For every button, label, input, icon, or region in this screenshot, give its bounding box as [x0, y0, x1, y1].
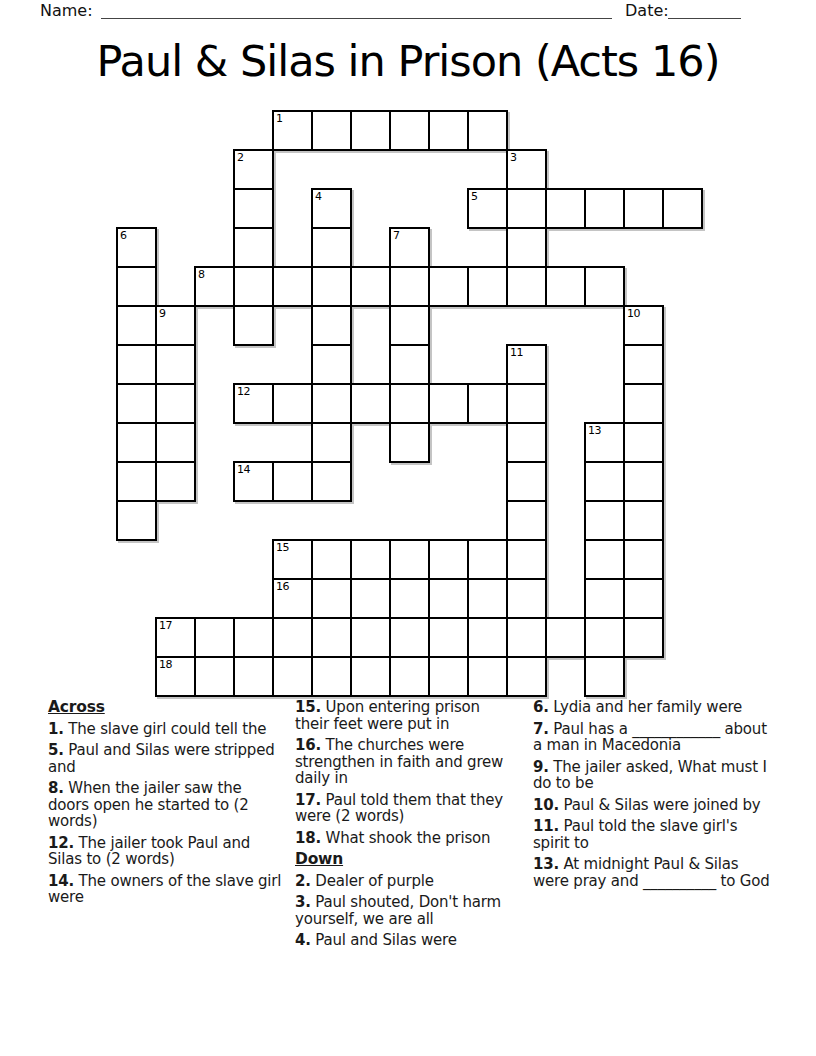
grid-cell-r12c9[interactable] — [467, 578, 508, 619]
clue-down-4: 4. Paul and Silas were — [295, 932, 517, 949]
clues-down-header: Down — [295, 851, 517, 868]
grid-cell-r14c8[interactable] — [428, 656, 469, 697]
grid-cell-r2c9[interactable]: 5 — [467, 188, 508, 229]
grid-cell-r9c12[interactable] — [584, 461, 625, 502]
grid-cell-r5c7[interactable] — [389, 305, 430, 346]
grid-cell-r12c7[interactable] — [389, 578, 430, 619]
clue-number-2: 2 — [237, 152, 244, 163]
grid-cell-r8c7[interactable] — [389, 422, 430, 463]
clue-number-label: 7. — [533, 720, 549, 738]
grid-cell-r13c11[interactable] — [545, 617, 586, 658]
grid-cell-r11c10[interactable] — [506, 539, 547, 580]
clue-number-label: 4. — [295, 931, 311, 949]
clue-number-10: 10 — [627, 308, 640, 319]
grid-cell-r14c3[interactable] — [233, 656, 274, 697]
grid-cell-r7c4[interactable] — [272, 383, 313, 424]
clue-number-1: 1 — [276, 113, 283, 124]
clue-number-9: 9 — [159, 308, 166, 319]
grid-cell-r5c1[interactable]: 9 — [155, 305, 196, 346]
grid-cell-r11c7[interactable] — [389, 539, 430, 580]
grid-cell-r4c6[interactable] — [350, 266, 391, 307]
grid-cell-r4c0[interactable] — [116, 266, 157, 307]
clue-number-label: 13. — [533, 855, 559, 873]
grid-cell-r4c10[interactable] — [506, 266, 547, 307]
grid-cell-r12c5[interactable] — [311, 578, 352, 619]
grid-cell-r2c12[interactable] — [584, 188, 625, 229]
crossword-grid: 123456789101112131415161718 — [116, 110, 704, 698]
grid-cell-r0c4[interactable]: 1 — [272, 110, 313, 151]
clue-number-7: 7 — [393, 230, 400, 241]
grid-cell-r14c7[interactable] — [389, 656, 430, 697]
clue-across-16: 16. The churches were strengthen in fait… — [295, 737, 517, 787]
grid-cell-r4c2[interactable]: 8 — [194, 266, 235, 307]
grid-cell-r9c0[interactable] — [116, 461, 157, 502]
clue-number-label: 18. — [295, 829, 321, 847]
grid-cell-r2c3[interactable] — [233, 188, 274, 229]
grid-cell-r11c12[interactable] — [584, 539, 625, 580]
grid-cell-r5c3[interactable] — [233, 305, 274, 346]
clue-number-18: 18 — [159, 659, 172, 670]
grid-cell-r10c12[interactable] — [584, 500, 625, 541]
clue-across-18: 18. What shook the prison — [295, 830, 517, 847]
clue-across-15: 15. Upon entering prison their feet were… — [295, 699, 517, 732]
clue-number-12: 12 — [237, 386, 250, 397]
clue-across-5: 5. Paul and Silas were stripped and — [48, 742, 286, 775]
grid-cell-r7c13[interactable] — [623, 383, 664, 424]
clue-number-13: 13 — [588, 425, 601, 436]
grid-cell-r11c13[interactable] — [623, 539, 664, 580]
clue-number-label: 3. — [295, 893, 311, 911]
page-title: Paul & Silas in Prison (Acts 16) — [0, 36, 816, 86]
grid-cell-r5c5[interactable] — [311, 305, 352, 346]
clue-across-1: 1. The slave girl could tell the — [48, 721, 286, 738]
clue-across-8: 8. When the jailer saw the doors open he… — [48, 780, 286, 830]
grid-cell-r7c8[interactable] — [428, 383, 469, 424]
clue-number-label: 1. — [48, 720, 64, 738]
clue-number-label: 6. — [533, 698, 549, 716]
grid-cell-r0c8[interactable] — [428, 110, 469, 151]
grid-cell-r8c0[interactable] — [116, 422, 157, 463]
name-underline — [101, 18, 612, 19]
grid-cell-r13c6[interactable] — [350, 617, 391, 658]
grid-cell-r12c10[interactable] — [506, 578, 547, 619]
grid-cell-r2c11[interactable] — [545, 188, 586, 229]
clue-number-6: 6 — [120, 230, 127, 241]
grid-cell-r12c4[interactable]: 16 — [272, 578, 313, 619]
clue-number-label: 15. — [295, 698, 321, 716]
grid-cell-r8c5[interactable] — [311, 422, 352, 463]
grid-cell-r13c5[interactable] — [311, 617, 352, 658]
grid-cell-r14c10[interactable] — [506, 656, 547, 697]
clue-number-label: 8. — [48, 779, 64, 797]
grid-cell-r5c0[interactable] — [116, 305, 157, 346]
clue-across-17: 17. Paul told them that they were (2 wor… — [295, 792, 517, 825]
grid-cell-r0c9[interactable] — [467, 110, 508, 151]
worksheet-page: Name: Date: Paul & Silas in Prison (Acts… — [0, 0, 816, 1056]
clue-number-label: 5. — [48, 741, 64, 759]
grid-cell-r10c10[interactable] — [506, 500, 547, 541]
clue-number-label: 9. — [533, 758, 549, 776]
grid-cell-r13c2[interactable] — [194, 617, 235, 658]
clue-number-17: 17 — [159, 620, 172, 631]
grid-cell-r14c2[interactable] — [194, 656, 235, 697]
clue-number-11: 11 — [510, 347, 523, 358]
grid-cell-r4c9[interactable] — [467, 266, 508, 307]
grid-cell-r9c5[interactable] — [311, 461, 352, 502]
grid-cell-r14c4[interactable] — [272, 656, 313, 697]
grid-cell-r8c10[interactable] — [506, 422, 547, 463]
grid-cell-r0c7[interactable] — [389, 110, 430, 151]
grid-cell-r12c12[interactable] — [584, 578, 625, 619]
grid-cell-r13c4[interactable] — [272, 617, 313, 658]
grid-cell-r2c14[interactable] — [662, 188, 703, 229]
clue-down-9: 9. The jailer asked, What must I do to b… — [533, 759, 776, 792]
grid-cell-r9c13[interactable] — [623, 461, 664, 502]
clues-column-3: 6. Lydia and her family were7. Paul has … — [533, 699, 776, 894]
grid-cell-r9c3[interactable]: 14 — [233, 461, 274, 502]
date-underline — [668, 18, 741, 19]
clue-down-13: 13. At midnight Paul & Silas were pray a… — [533, 856, 776, 889]
grid-cell-r4c5[interactable] — [311, 266, 352, 307]
grid-cell-r6c5[interactable] — [311, 344, 352, 385]
grid-cell-r10c13[interactable] — [623, 500, 664, 541]
grid-cell-r13c1[interactable]: 17 — [155, 617, 196, 658]
clue-down-6: 6. Lydia and her family were — [533, 699, 776, 716]
clue-down-2: 2. Dealer of purple — [295, 873, 517, 890]
grid-cell-r6c10[interactable]: 11 — [506, 344, 547, 385]
grid-cell-r7c0[interactable] — [116, 383, 157, 424]
grid-cell-r9c1[interactable] — [155, 461, 196, 502]
grid-cell-r6c0[interactable] — [116, 344, 157, 385]
grid-cell-r8c12[interactable]: 13 — [584, 422, 625, 463]
grid-cell-r10c0[interactable] — [116, 500, 157, 541]
clues-across-header: Across — [48, 699, 286, 716]
clue-number-16: 16 — [276, 581, 289, 592]
grid-cell-r4c11[interactable] — [545, 266, 586, 307]
grid-cell-r14c1[interactable]: 18 — [155, 656, 196, 697]
clue-down-11: 11. Paul told the slave girl's spirit to — [533, 818, 776, 851]
grid-cell-r7c6[interactable] — [350, 383, 391, 424]
clue-number-label: 11. — [533, 817, 559, 835]
grid-cell-r3c3[interactable] — [233, 227, 274, 268]
grid-cell-r12c6[interactable] — [350, 578, 391, 619]
clues-column-2: 15. Upon entering prison their feet were… — [295, 699, 517, 954]
grid-cell-r13c9[interactable] — [467, 617, 508, 658]
clue-down-7: 7. Paul has a ____________ about a man i… — [533, 721, 776, 754]
clue-number-8: 8 — [198, 269, 205, 280]
grid-cell-r13c3[interactable] — [233, 617, 274, 658]
date-label: Date: — [625, 1, 669, 20]
grid-cell-r11c5[interactable] — [311, 539, 352, 580]
grid-cell-r14c12[interactable] — [584, 656, 625, 697]
clue-down-3: 3. Paul shouted, Don't harm yourself, we… — [295, 894, 517, 927]
clue-across-12: 12. The jailer took Paul and Silas to (2… — [48, 835, 286, 868]
clue-down-10: 10. Paul & Silas were joined by — [533, 797, 776, 814]
grid-cell-r2c13[interactable] — [623, 188, 664, 229]
grid-cell-r6c7[interactable] — [389, 344, 430, 385]
grid-cell-r7c3[interactable]: 12 — [233, 383, 274, 424]
grid-cell-r7c10[interactable] — [506, 383, 547, 424]
grid-cell-r3c0[interactable]: 6 — [116, 227, 157, 268]
grid-cell-r13c8[interactable] — [428, 617, 469, 658]
grid-cell-r1c10[interactable]: 3 — [506, 149, 547, 190]
grid-cell-r13c10[interactable] — [506, 617, 547, 658]
clue-number-14: 14 — [237, 464, 250, 475]
grid-cell-r3c10[interactable] — [506, 227, 547, 268]
grid-cell-r7c9[interactable] — [467, 383, 508, 424]
grid-cell-r3c7[interactable]: 7 — [389, 227, 430, 268]
grid-cell-r4c12[interactable] — [584, 266, 625, 307]
grid-cell-r9c10[interactable] — [506, 461, 547, 502]
grid-cell-r5c13[interactable]: 10 — [623, 305, 664, 346]
grid-cell-r7c5[interactable] — [311, 383, 352, 424]
grid-cell-r14c6[interactable] — [350, 656, 391, 697]
grid-cell-r11c6[interactable] — [350, 539, 391, 580]
grid-cell-r1c3[interactable]: 2 — [233, 149, 274, 190]
clue-across-14: 14. The owners of the slave girl were — [48, 873, 286, 906]
grid-cell-r8c13[interactable] — [623, 422, 664, 463]
grid-cell-r11c8[interactable] — [428, 539, 469, 580]
name-label: Name: — [40, 1, 93, 20]
grid-cell-r8c1[interactable] — [155, 422, 196, 463]
grid-cell-r6c1[interactable] — [155, 344, 196, 385]
grid-cell-r4c4[interactable] — [272, 266, 313, 307]
clue-number-4: 4 — [315, 191, 322, 202]
grid-cell-r4c8[interactable] — [428, 266, 469, 307]
grid-cell-r11c4[interactable]: 15 — [272, 539, 313, 580]
clue-number-5: 5 — [471, 191, 478, 202]
grid-cell-r0c6[interactable] — [350, 110, 391, 151]
clues-column-1: Across1. The slave girl could tell the5.… — [48, 699, 286, 911]
clue-number-3: 3 — [510, 152, 517, 163]
grid-cell-r14c9[interactable] — [467, 656, 508, 697]
grid-cell-r12c13[interactable] — [623, 578, 664, 619]
grid-cell-r2c5[interactable]: 4 — [311, 188, 352, 229]
grid-cell-r0c5[interactable] — [311, 110, 352, 151]
clue-number-label: 2. — [295, 872, 311, 890]
grid-cell-r2c10[interactable] — [506, 188, 547, 229]
grid-cell-r4c3[interactable] — [233, 266, 274, 307]
grid-cell-r14c5[interactable] — [311, 656, 352, 697]
grid-cell-r3c5[interactable] — [311, 227, 352, 268]
grid-cell-r13c13[interactable] — [623, 617, 664, 658]
clue-number-15: 15 — [276, 542, 289, 553]
grid-cell-r12c8[interactable] — [428, 578, 469, 619]
clue-number-label: 10. — [533, 796, 559, 814]
grid-cell-r4c7[interactable] — [389, 266, 430, 307]
grid-cell-r13c7[interactable] — [389, 617, 430, 658]
grid-cell-r7c7[interactable] — [389, 383, 430, 424]
grid-cell-r7c1[interactable] — [155, 383, 196, 424]
clue-number-label: 14. — [48, 872, 74, 890]
clue-number-label: 17. — [295, 791, 321, 809]
grid-cell-r6c13[interactable] — [623, 344, 664, 385]
clue-number-label: 16. — [295, 736, 321, 754]
clue-number-label: 12. — [48, 834, 74, 852]
grid-cell-r9c4[interactable] — [272, 461, 313, 502]
grid-cell-r13c12[interactable] — [584, 617, 625, 658]
grid-cell-r11c9[interactable] — [467, 539, 508, 580]
